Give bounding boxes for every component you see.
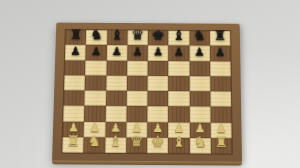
black-pawn-piece[interactable]: ♟ — [91, 46, 102, 57]
chess-board-grid: ♜♞♝♛♚♝♞♜♟♟♟♟♟♟♟♟♟♟♟♟♟♟♟♟♜♞♝♛♚♝♞♜ — [62, 30, 232, 154]
white-queen-piece[interactable]: ♛ — [130, 135, 144, 150]
square-c3[interactable] — [105, 106, 126, 122]
square-a4[interactable] — [64, 90, 85, 106]
square-g8[interactable]: ♞ — [189, 31, 210, 46]
black-pawn-piece[interactable]: ♟ — [70, 45, 81, 56]
square-c8[interactable]: ♝ — [107, 30, 128, 45]
black-king-piece[interactable]: ♚ — [152, 28, 165, 42]
square-b3[interactable] — [84, 106, 105, 122]
square-d8[interactable]: ♛ — [127, 30, 148, 45]
square-b1[interactable]: ♞ — [83, 137, 104, 153]
square-f6[interactable] — [168, 61, 189, 76]
square-c4[interactable] — [105, 91, 126, 107]
square-h7[interactable]: ♟ — [210, 46, 231, 61]
black-pawn-piece[interactable]: ♟ — [194, 46, 205, 57]
square-f8[interactable]: ♝ — [168, 31, 189, 46]
photo-backdrop: ♜♞♝♛♚♝♞♜♟♟♟♟♟♟♟♟♟♟♟♟♟♟♟♟♜♞♝♛♚♝♞♜ — [0, 0, 300, 168]
square-a1[interactable]: ♜ — [62, 137, 84, 153]
square-d3[interactable] — [126, 106, 147, 122]
square-d5[interactable] — [127, 75, 148, 90]
square-c6[interactable] — [106, 60, 127, 75]
square-g3[interactable] — [189, 107, 210, 123]
square-h4[interactable] — [210, 91, 231, 107]
black-rook-piece[interactable]: ♜ — [213, 29, 226, 43]
white-bishop-piece[interactable]: ♝ — [172, 135, 185, 150]
square-e6[interactable] — [148, 60, 169, 75]
black-bishop-piece[interactable]: ♝ — [172, 29, 185, 43]
black-pawn-piece[interactable]: ♟ — [132, 46, 143, 57]
square-d6[interactable] — [127, 60, 148, 75]
square-h8[interactable]: ♜ — [210, 31, 231, 46]
square-a5[interactable] — [64, 75, 85, 90]
square-e7[interactable]: ♟ — [148, 45, 169, 60]
square-c5[interactable] — [106, 75, 127, 90]
square-f5[interactable] — [168, 76, 189, 91]
white-knight-piece[interactable]: ♞ — [193, 135, 206, 150]
chess-board: ♜♞♝♛♚♝♞♜♟♟♟♟♟♟♟♟♟♟♟♟♟♟♟♟♜♞♝♛♚♝♞♜ — [52, 23, 242, 163]
white-king-piece[interactable]: ♚ — [151, 135, 164, 150]
white-rook-piece[interactable]: ♜ — [66, 135, 80, 150]
square-g1[interactable]: ♞ — [189, 138, 210, 154]
square-c7[interactable]: ♟ — [106, 45, 127, 60]
square-f1[interactable]: ♝ — [168, 138, 189, 154]
square-f4[interactable] — [168, 91, 189, 107]
square-g6[interactable] — [189, 61, 210, 76]
black-pawn-piece[interactable]: ♟ — [174, 46, 184, 57]
square-g7[interactable]: ♟ — [189, 46, 210, 61]
square-d1[interactable]: ♛ — [126, 137, 147, 153]
square-a7[interactable]: ♟ — [65, 45, 86, 60]
square-f3[interactable] — [168, 106, 189, 122]
square-h6[interactable] — [210, 61, 231, 76]
black-bishop-piece[interactable]: ♝ — [110, 28, 123, 42]
square-d4[interactable] — [126, 91, 147, 107]
white-rook-piece[interactable]: ♜ — [214, 136, 228, 151]
square-g4[interactable] — [189, 91, 210, 107]
square-b4[interactable] — [85, 90, 106, 106]
black-pawn-piece[interactable]: ♟ — [215, 46, 226, 57]
white-bishop-piece[interactable]: ♝ — [109, 135, 123, 150]
square-b6[interactable] — [85, 60, 106, 75]
square-e3[interactable] — [147, 106, 168, 122]
square-g5[interactable] — [189, 76, 210, 91]
square-b5[interactable] — [85, 75, 106, 90]
square-f7[interactable]: ♟ — [168, 46, 189, 61]
white-knight-piece[interactable]: ♞ — [87, 135, 101, 150]
square-c1[interactable]: ♝ — [105, 137, 126, 153]
square-e5[interactable] — [148, 76, 169, 91]
black-rook-piece[interactable]: ♜ — [69, 28, 82, 42]
square-h1[interactable]: ♜ — [211, 138, 232, 154]
square-e8[interactable]: ♚ — [148, 31, 169, 46]
black-pawn-piece[interactable]: ♟ — [111, 46, 122, 57]
square-e1[interactable]: ♚ — [147, 137, 168, 153]
square-a8[interactable]: ♜ — [65, 30, 86, 45]
black-pawn-piece[interactable]: ♟ — [153, 46, 164, 57]
square-d7[interactable]: ♟ — [127, 45, 148, 60]
square-e4[interactable] — [147, 91, 168, 107]
square-b7[interactable]: ♟ — [86, 45, 107, 60]
square-a3[interactable] — [63, 106, 84, 122]
black-queen-piece[interactable]: ♛ — [131, 28, 144, 42]
square-a6[interactable] — [64, 60, 85, 75]
square-h5[interactable] — [210, 76, 231, 91]
square-b8[interactable]: ♞ — [86, 30, 107, 45]
black-knight-piece[interactable]: ♞ — [193, 29, 206, 43]
square-h3[interactable] — [210, 107, 231, 123]
black-knight-piece[interactable]: ♞ — [90, 28, 103, 42]
